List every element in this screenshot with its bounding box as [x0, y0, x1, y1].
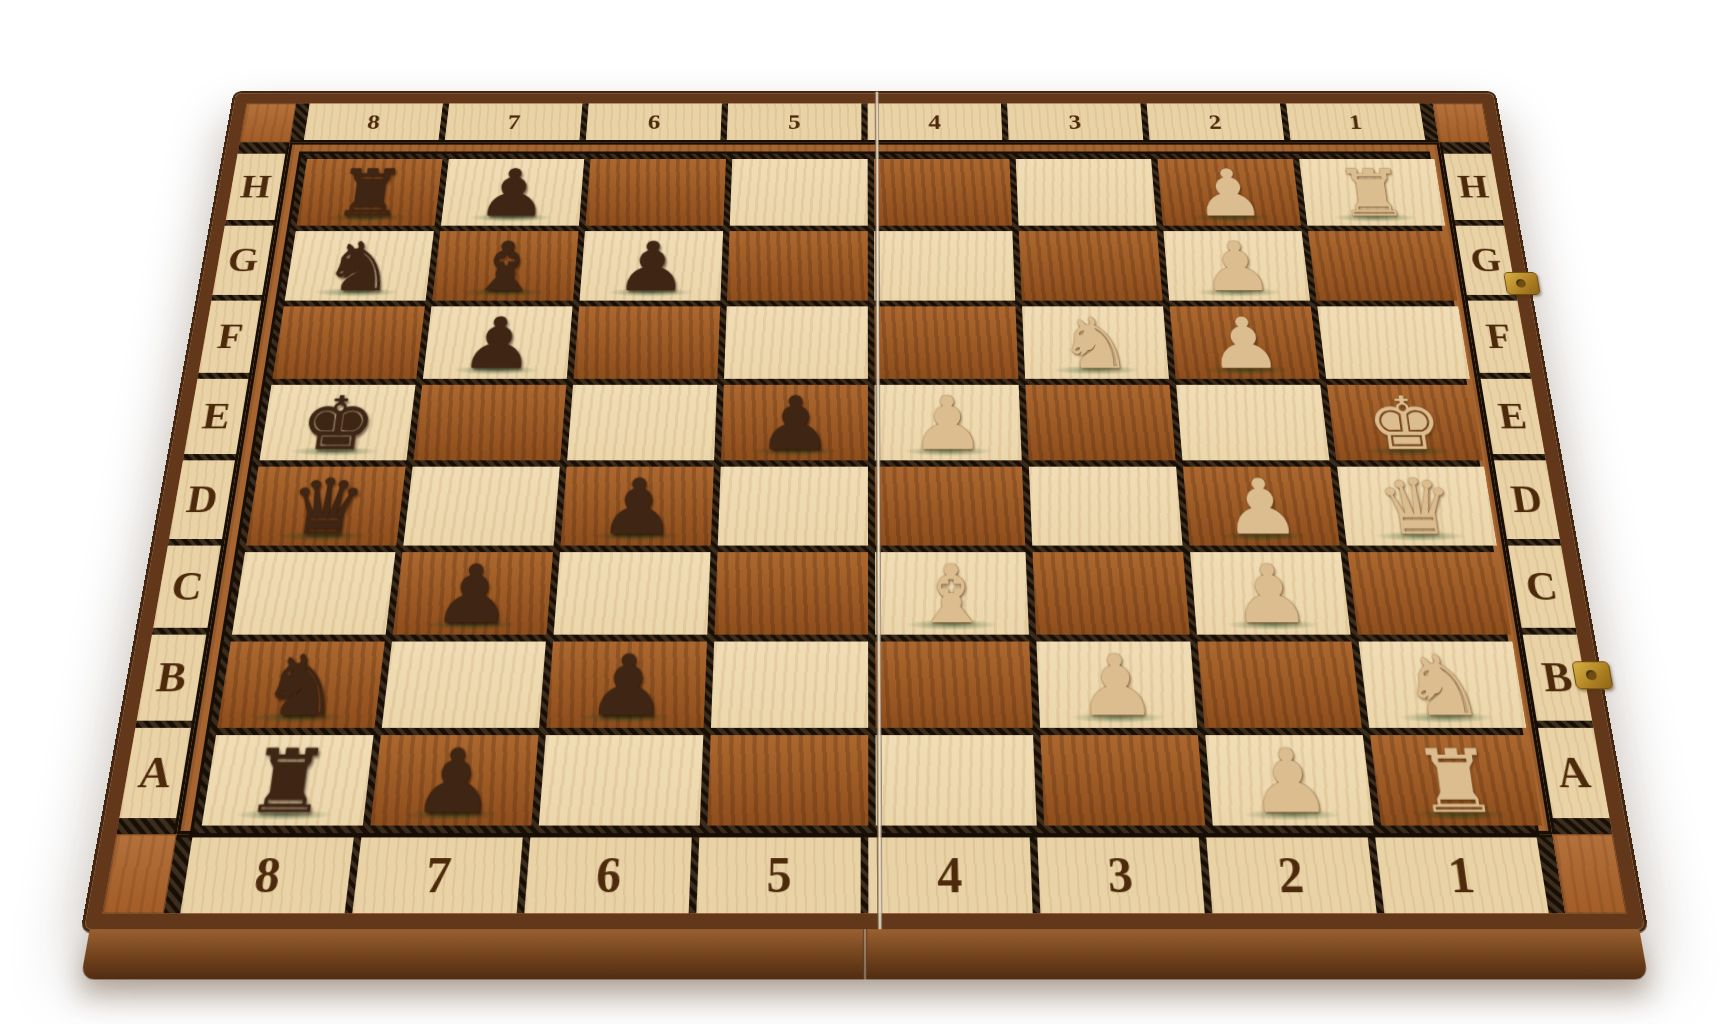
square-f2[interactable]: ♟ — [1170, 306, 1320, 378]
rank-label-bottom-5: 5 — [696, 837, 860, 913]
black-pawn[interactable]: ♟ — [580, 233, 723, 300]
white-pawn[interactable]: ♟ — [875, 387, 1022, 460]
rank-label-bottom-3: 3 — [1037, 837, 1204, 913]
square-c5[interactable] — [714, 552, 868, 635]
file-label-right-h: H — [1444, 154, 1504, 220]
rank-label-bottom-8: 8 — [180, 837, 354, 913]
square-a8[interactable]: ♜ — [202, 735, 374, 825]
square-c3[interactable] — [1033, 552, 1190, 635]
square-d6[interactable]: ♟ — [561, 467, 714, 546]
white-rook[interactable]: ♜ — [1370, 738, 1542, 826]
white-pawn[interactable]: ♟ — [1170, 308, 1320, 378]
square-f1[interactable] — [1317, 306, 1470, 378]
rank-label-bottom-1: 1 — [1375, 837, 1549, 913]
rank-label-bottom-2: 2 — [1206, 837, 1377, 913]
square-a7[interactable]: ♟ — [370, 735, 538, 825]
square-e5[interactable]: ♟ — [721, 385, 868, 461]
square-f3[interactable]: ♞ — [1022, 306, 1169, 378]
file-label-left-d: D — [169, 460, 235, 539]
square-a6[interactable] — [539, 735, 704, 825]
file-label-right-f: F — [1468, 301, 1531, 373]
square-e2[interactable] — [1176, 385, 1329, 461]
file-label-right-d: D — [1494, 460, 1560, 539]
board-front-edge — [81, 929, 1649, 979]
square-h5[interactable] — [730, 159, 868, 226]
square-g1[interactable] — [1308, 231, 1457, 300]
square-h8[interactable]: ♜ — [297, 159, 443, 226]
square-f6[interactable] — [573, 306, 720, 378]
square-g4[interactable] — [874, 231, 1015, 300]
board-corner-bottom-right — [1552, 834, 1626, 913]
square-e7[interactable] — [413, 385, 566, 461]
black-king[interactable]: ♚ — [259, 387, 415, 460]
square-a1[interactable]: ♜ — [1370, 735, 1542, 825]
white-pawn[interactable]: ♟ — [1205, 738, 1373, 826]
square-e6[interactable] — [567, 385, 717, 461]
square-b5[interactable] — [711, 642, 868, 728]
square-g2[interactable]: ♟ — [1163, 231, 1310, 300]
square-d3[interactable] — [1029, 467, 1183, 546]
black-pawn[interactable]: ♟ — [423, 308, 572, 378]
square-b8[interactable]: ♞ — [217, 642, 385, 728]
white-pawn[interactable]: ♟ — [1158, 161, 1301, 226]
square-e3[interactable] — [1025, 385, 1175, 461]
square-g3[interactable] — [1019, 231, 1163, 300]
square-c8[interactable] — [232, 552, 396, 635]
black-rook[interactable]: ♜ — [202, 738, 373, 826]
square-f8[interactable] — [272, 306, 425, 378]
rank-label-top-2: 2 — [1147, 104, 1285, 140]
white-pawn[interactable]: ♟ — [1164, 233, 1310, 300]
square-g7[interactable]: ♝ — [432, 231, 578, 300]
front-edge-split — [862, 929, 866, 979]
rank-label-top-3: 3 — [1007, 104, 1143, 140]
square-d2[interactable]: ♟ — [1183, 467, 1340, 546]
rank-labels-top: 87654321 — [290, 104, 1439, 143]
playing-area-frame: ♜♟♟♜♞♝♟♟♟♞♟♚♟♟♚♛♟♟♛♟♝♟♞♟♟♞♜♟♟♜ — [177, 142, 1553, 834]
file-label-right-b: B — [1523, 635, 1593, 721]
file-label-right-a: A — [1538, 728, 1610, 818]
square-b3[interactable]: ♟ — [1036, 642, 1197, 728]
file-label-left-a: A — [119, 728, 191, 818]
file-label-left-c: C — [153, 546, 221, 628]
square-a4[interactable] — [876, 735, 1037, 825]
square-d5[interactable] — [718, 467, 868, 546]
square-d7[interactable] — [403, 467, 560, 546]
file-label-left-e: E — [184, 379, 248, 454]
square-a2[interactable]: ♟ — [1205, 735, 1374, 825]
square-a5[interactable] — [707, 735, 868, 825]
square-b1[interactable]: ♞ — [1359, 642, 1527, 728]
rank-label-bottom-4: 4 — [868, 837, 1032, 913]
square-h7[interactable]: ♟ — [441, 159, 584, 226]
square-f5[interactable] — [724, 306, 868, 378]
square-f4[interactable] — [874, 306, 1018, 378]
square-h6[interactable] — [585, 159, 726, 226]
rank-label-bottom-6: 6 — [524, 837, 691, 913]
brass-clasp-icon — [1503, 272, 1541, 295]
file-label-left-b: B — [137, 635, 207, 721]
square-d1[interactable]: ♛ — [1337, 467, 1497, 546]
white-queen[interactable]: ♛ — [1337, 469, 1497, 546]
square-c7[interactable]: ♟ — [393, 552, 553, 635]
square-a3[interactable] — [1040, 735, 1205, 825]
black-knight[interactable]: ♞ — [217, 644, 384, 728]
square-b7[interactable] — [382, 642, 546, 728]
board-corner-top-left — [240, 104, 297, 143]
square-h1[interactable]: ♜ — [1299, 159, 1445, 226]
square-b4[interactable] — [875, 642, 1032, 728]
black-knight[interactable]: ♞ — [285, 233, 434, 300]
white-knight[interactable]: ♞ — [1022, 308, 1169, 378]
square-c6[interactable] — [554, 552, 711, 635]
square-h2[interactable]: ♟ — [1157, 159, 1300, 226]
black-pawn[interactable]: ♟ — [441, 161, 584, 226]
photo-stage: 87654321 HGFEDCBA ♜♟♟♜♞♝♟♟♟♞♟♚♟♟♚♛♟♟♛♟♝♟… — [0, 0, 1730, 1024]
black-pawn[interactable]: ♟ — [546, 644, 707, 728]
square-g6[interactable]: ♟ — [580, 231, 724, 300]
square-e8[interactable]: ♚ — [259, 385, 415, 461]
board-corner-top-right — [1433, 104, 1490, 143]
square-g8[interactable]: ♞ — [285, 231, 434, 300]
file-label-right-e: E — [1481, 379, 1545, 454]
square-b6[interactable]: ♟ — [546, 642, 707, 728]
white-pawn[interactable]: ♟ — [1183, 469, 1340, 546]
file-label-left-f: F — [199, 301, 262, 373]
white-pawn[interactable]: ♟ — [1190, 554, 1350, 634]
black-queen[interactable]: ♛ — [246, 469, 405, 546]
square-c2[interactable]: ♟ — [1190, 552, 1351, 635]
square-e1[interactable]: ♚ — [1327, 385, 1483, 461]
square-c4[interactable]: ♝ — [875, 552, 1029, 635]
square-d8[interactable]: ♛ — [246, 467, 406, 546]
black-pawn[interactable]: ♟ — [370, 738, 538, 826]
square-h3[interactable] — [1016, 159, 1157, 226]
white-bishop[interactable]: ♝ — [875, 554, 1029, 634]
square-f7[interactable]: ♟ — [423, 306, 573, 378]
white-rook[interactable]: ♜ — [1299, 161, 1445, 226]
white-pawn[interactable]: ♟ — [1036, 644, 1197, 728]
square-c1[interactable] — [1348, 552, 1512, 635]
rank-label-top-5: 5 — [727, 104, 862, 140]
file-label-left-h: H — [226, 154, 286, 220]
file-label-left-g: G — [213, 226, 274, 295]
black-rook[interactable]: ♜ — [297, 161, 443, 226]
square-h4[interactable] — [874, 159, 1012, 226]
rank-label-top-8: 8 — [304, 104, 443, 140]
black-pawn[interactable]: ♟ — [721, 387, 868, 460]
rank-label-top-6: 6 — [586, 104, 722, 140]
chess-board-tilt-wrapper: 87654321 HGFEDCBA ♜♟♟♜♞♝♟♟♟♞♟♚♟♟♚♛♟♟♛♟♝♟… — [75, 93, 1654, 979]
white-king[interactable]: ♚ — [1327, 387, 1483, 460]
black-pawn[interactable]: ♟ — [561, 469, 714, 546]
rank-label-top-4: 4 — [868, 104, 1003, 140]
rank-label-top-7: 7 — [445, 104, 583, 140]
black-bishop[interactable]: ♝ — [432, 233, 578, 300]
rank-labels-bottom: 87654321 — [164, 834, 1565, 913]
square-d4[interactable] — [875, 467, 1025, 546]
white-knight[interactable]: ♞ — [1359, 644, 1527, 728]
square-b2[interactable] — [1197, 642, 1361, 728]
black-pawn[interactable]: ♟ — [393, 554, 553, 634]
square-e4[interactable]: ♟ — [875, 385, 1022, 461]
rank-label-top-1: 1 — [1286, 104, 1425, 140]
file-label-right-c: C — [1508, 546, 1576, 628]
chess-board: 87654321 HGFEDCBA ♜♟♟♜♞♝♟♟♟♞♟♚♟♟♚♛♟♟♛♟♝♟… — [84, 93, 1645, 929]
square-g5[interactable] — [727, 231, 868, 300]
playing-area-8x8: ♜♟♟♜♞♝♟♟♟♞♟♚♟♟♚♛♟♟♛♟♝♟♞♟♟♞♜♟♟♜ — [189, 151, 1539, 836]
rank-label-bottom-7: 7 — [352, 837, 523, 913]
